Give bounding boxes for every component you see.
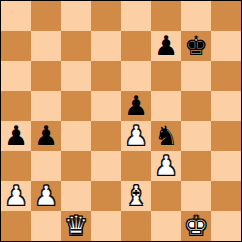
square-b5[interactable] <box>31 91 61 121</box>
square-b7[interactable] <box>31 31 61 61</box>
square-g1[interactable]: ♚ <box>181 211 211 241</box>
square-b6[interactable] <box>31 61 61 91</box>
square-f8[interactable] <box>151 1 181 31</box>
square-c1[interactable]: ♛ <box>61 211 91 241</box>
square-c7[interactable] <box>61 31 91 61</box>
square-g2[interactable] <box>181 181 211 211</box>
square-g8[interactable] <box>181 1 211 31</box>
square-g7[interactable]: ♚ <box>181 31 211 61</box>
square-a8[interactable] <box>1 1 31 31</box>
square-e7[interactable] <box>121 31 151 61</box>
square-a2[interactable]: ♟ <box>1 181 31 211</box>
square-g4[interactable] <box>181 121 211 151</box>
square-c4[interactable] <box>61 121 91 151</box>
square-a5[interactable] <box>1 91 31 121</box>
square-c8[interactable] <box>61 1 91 31</box>
square-d4[interactable] <box>91 121 121 151</box>
square-g3[interactable] <box>181 151 211 181</box>
square-a3[interactable] <box>1 151 31 181</box>
square-f7[interactable]: ♟ <box>151 31 181 61</box>
square-b8[interactable] <box>31 1 61 31</box>
square-h6[interactable] <box>211 61 241 91</box>
square-g6[interactable] <box>181 61 211 91</box>
piece-black-pawn-icon[interactable]: ♟ <box>34 121 58 151</box>
square-d7[interactable] <box>91 31 121 61</box>
square-e3[interactable] <box>121 151 151 181</box>
square-d2[interactable] <box>91 181 121 211</box>
piece-white-queen-icon[interactable]: ♛ <box>64 211 88 241</box>
square-b1[interactable] <box>31 211 61 241</box>
square-e1[interactable] <box>121 211 151 241</box>
square-c3[interactable] <box>61 151 91 181</box>
square-h8[interactable] <box>211 1 241 31</box>
square-d5[interactable] <box>91 91 121 121</box>
square-c2[interactable] <box>61 181 91 211</box>
square-a6[interactable] <box>1 61 31 91</box>
square-h4[interactable] <box>211 121 241 151</box>
square-e2[interactable]: ♝ <box>121 181 151 211</box>
square-f5[interactable] <box>151 91 181 121</box>
square-f1[interactable] <box>151 211 181 241</box>
piece-white-pawn-icon[interactable]: ♟ <box>154 151 178 181</box>
piece-black-pawn-icon[interactable]: ♟ <box>124 91 148 121</box>
piece-white-pawn-icon[interactable]: ♟ <box>4 181 28 211</box>
piece-white-king-icon[interactable]: ♚ <box>184 211 208 241</box>
piece-white-pawn-icon[interactable]: ♟ <box>34 181 58 211</box>
piece-white-pawn-icon[interactable]: ♟ <box>124 121 148 151</box>
square-h2[interactable] <box>211 181 241 211</box>
square-c6[interactable] <box>61 61 91 91</box>
square-d8[interactable] <box>91 1 121 31</box>
square-c5[interactable] <box>61 91 91 121</box>
square-b2[interactable]: ♟ <box>31 181 61 211</box>
square-e6[interactable] <box>121 61 151 91</box>
square-d3[interactable] <box>91 151 121 181</box>
piece-black-king-icon[interactable]: ♚ <box>184 31 208 61</box>
square-b3[interactable] <box>31 151 61 181</box>
square-h5[interactable] <box>211 91 241 121</box>
square-d1[interactable] <box>91 211 121 241</box>
square-h3[interactable] <box>211 151 241 181</box>
square-a1[interactable] <box>1 211 31 241</box>
square-a7[interactable] <box>1 31 31 61</box>
square-e8[interactable] <box>121 1 151 31</box>
square-f2[interactable] <box>151 181 181 211</box>
square-e4[interactable]: ♟ <box>121 121 151 151</box>
square-f6[interactable] <box>151 61 181 91</box>
square-e5[interactable]: ♟ <box>121 91 151 121</box>
piece-black-pawn-icon[interactable]: ♟ <box>154 31 178 61</box>
square-b4[interactable]: ♟ <box>31 121 61 151</box>
chess-board: ♟♚♟♟♟♟♞♟♟♟♝♛♚ <box>0 0 242 242</box>
square-f4[interactable]: ♞ <box>151 121 181 151</box>
square-d6[interactable] <box>91 61 121 91</box>
square-g5[interactable] <box>181 91 211 121</box>
square-h7[interactable] <box>211 31 241 61</box>
piece-black-pawn-icon[interactable]: ♟ <box>4 121 28 151</box>
square-a4[interactable]: ♟ <box>1 121 31 151</box>
piece-black-knight-icon[interactable]: ♞ <box>154 121 178 151</box>
square-f3[interactable]: ♟ <box>151 151 181 181</box>
piece-white-bishop-icon[interactable]: ♝ <box>124 181 148 211</box>
square-h1[interactable] <box>211 211 241 241</box>
